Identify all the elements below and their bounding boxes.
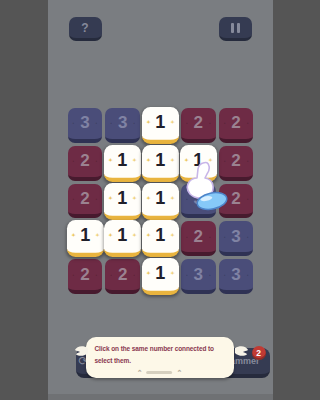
caret-right-icon: ⌃ xyxy=(177,369,183,376)
tile-number: 2 xyxy=(80,265,89,285)
tile-r1c5[interactable]: 2 xyxy=(219,108,254,143)
tile-number: 2 xyxy=(118,265,127,285)
tile-r2c1[interactable]: 2 xyxy=(68,146,103,181)
tile-r1c1[interactable]: 3 xyxy=(68,108,103,143)
tile-r3c2[interactable]: 1 xyxy=(104,183,141,220)
tile-number: 1 xyxy=(155,226,165,247)
tile-number: 1 xyxy=(155,188,165,209)
tile-r5c5[interactable]: 3 xyxy=(219,259,254,294)
tile-number: 2 xyxy=(194,227,203,247)
hammer-count: 2 xyxy=(256,348,261,358)
tile-r4c5[interactable]: 3 xyxy=(219,221,254,256)
tutorial-tooltip: Click on the same number connected to se… xyxy=(86,337,234,378)
caret-left-icon: ⌃ xyxy=(137,369,143,376)
tile-r1c3[interactable]: 1 xyxy=(142,107,179,144)
tile-r5c4[interactable]: 3 xyxy=(181,259,216,294)
tile-number: 2 xyxy=(231,151,240,171)
tile-r1c4[interactable]: 2 xyxy=(181,108,216,143)
pause-button[interactable] xyxy=(219,17,252,41)
help-label: ? xyxy=(81,21,88,35)
tile-number: 3 xyxy=(118,113,127,133)
tile-r2c2[interactable]: 1 xyxy=(104,145,141,182)
tutorial-text: Click on the same number connected to se… xyxy=(86,337,234,366)
tile-number: 3 xyxy=(80,113,89,133)
bottom-bar xyxy=(48,394,273,400)
hammer-count-badge: 2 xyxy=(252,346,266,360)
tile-number: 1 xyxy=(80,226,90,247)
tile-number: 1 xyxy=(118,188,128,209)
help-button[interactable]: ? xyxy=(69,17,102,41)
tile-number: 3 xyxy=(194,265,203,285)
tile-r2c3[interactable]: 1 xyxy=(142,145,179,182)
tile-r3c3[interactable]: 1 xyxy=(142,183,179,220)
tile-r5c2[interactable]: 2 xyxy=(105,259,140,294)
tile-r4c3[interactable]: 1 xyxy=(142,220,179,257)
tile-r4c2[interactable]: 1 xyxy=(104,220,141,257)
tile-number: 1 xyxy=(155,264,165,285)
tile-number: 3 xyxy=(231,265,240,285)
tile-number: 1 xyxy=(155,150,165,171)
game-screen: ? 3312221112211321112322133 ⟳ Hammer 2 C… xyxy=(48,0,273,400)
handle-line xyxy=(147,371,173,374)
tooltip-handle: ⌃⌃ xyxy=(137,369,183,376)
tile-r5c3[interactable]: 1 xyxy=(142,258,179,295)
tile-number: 2 xyxy=(80,189,89,209)
tile-number: 2 xyxy=(231,189,240,209)
tile-number: 2 xyxy=(80,151,89,171)
tooltip-wing-right-icon xyxy=(234,344,249,358)
tile-r5c1[interactable]: 2 xyxy=(68,259,103,294)
tile-number: 3 xyxy=(231,227,240,247)
tile-number: 2 xyxy=(194,113,203,133)
hand-cursor-icon xyxy=(185,161,231,213)
tile-number: 1 xyxy=(118,226,128,247)
tile-r4c1[interactable]: 1 xyxy=(66,220,103,257)
tile-r4c4[interactable]: 2 xyxy=(181,221,216,256)
tooltip-wing-left-icon xyxy=(74,344,89,358)
tile-r1c2[interactable]: 3 xyxy=(105,108,140,143)
pause-icon xyxy=(231,23,240,33)
tile-number: 1 xyxy=(155,113,165,134)
tile-number: 1 xyxy=(118,150,128,171)
tile-number: 2 xyxy=(231,113,240,133)
tile-r3c1[interactable]: 2 xyxy=(68,184,103,219)
